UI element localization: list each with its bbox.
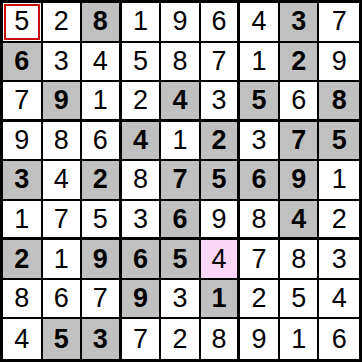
cell-r4c2[interactable]: 8 bbox=[43, 122, 83, 162]
cell-r7c8[interactable]: 8 bbox=[280, 240, 320, 280]
cell-r6c1[interactable]: 1 bbox=[3, 201, 43, 241]
cell-r1c8[interactable]: 3 bbox=[280, 3, 320, 43]
cell-r7c1[interactable]: 2 bbox=[3, 240, 43, 280]
cell-r2c9[interactable]: 9 bbox=[319, 43, 359, 83]
cell-r6c3[interactable]: 5 bbox=[82, 201, 122, 241]
cell-r5c9[interactable]: 1 bbox=[319, 161, 359, 201]
cell-r5c8[interactable]: 9 bbox=[280, 161, 320, 201]
cell-r5c2[interactable]: 4 bbox=[43, 161, 83, 201]
cell-r8c8[interactable]: 5 bbox=[280, 280, 320, 320]
cell-r4c9[interactable]: 5 bbox=[319, 122, 359, 162]
cell-r7c6[interactable]: 4 bbox=[201, 240, 241, 280]
cell-r4c4[interactable]: 4 bbox=[122, 122, 162, 162]
cell-r2c3[interactable]: 4 bbox=[82, 43, 122, 83]
cell-r9c4[interactable]: 7 bbox=[122, 319, 162, 359]
cell-r1c9[interactable]: 7 bbox=[319, 3, 359, 43]
cell-r6c7[interactable]: 8 bbox=[240, 201, 280, 241]
cell-r5c1[interactable]: 3 bbox=[3, 161, 43, 201]
cell-r4c8[interactable]: 7 bbox=[280, 122, 320, 162]
cell-r2c6[interactable]: 7 bbox=[201, 43, 241, 83]
cell-r1c4[interactable]: 1 bbox=[122, 3, 162, 43]
cell-r8c4[interactable]: 9 bbox=[122, 280, 162, 320]
cell-r3c8[interactable]: 6 bbox=[280, 82, 320, 122]
cell-r8c9[interactable]: 4 bbox=[319, 280, 359, 320]
cell-r4c5[interactable]: 1 bbox=[161, 122, 201, 162]
cell-r2c1[interactable]: 6 bbox=[3, 43, 43, 83]
cell-r8c2[interactable]: 6 bbox=[43, 280, 83, 320]
cell-r8c6[interactable]: 1 bbox=[201, 280, 241, 320]
cell-r5c7[interactable]: 6 bbox=[240, 161, 280, 201]
cell-r7c2[interactable]: 1 bbox=[43, 240, 83, 280]
cell-r1c1[interactable]: 5 bbox=[3, 3, 43, 43]
cell-r9c3[interactable]: 3 bbox=[82, 319, 122, 359]
cell-r7c4[interactable]: 6 bbox=[122, 240, 162, 280]
cell-r3c5[interactable]: 4 bbox=[161, 82, 201, 122]
cell-r5c3[interactable]: 2 bbox=[82, 161, 122, 201]
cell-r1c3[interactable]: 8 bbox=[82, 3, 122, 43]
cell-r3c4[interactable]: 2 bbox=[122, 82, 162, 122]
cell-r1c7[interactable]: 4 bbox=[240, 3, 280, 43]
cell-r4c3[interactable]: 6 bbox=[82, 122, 122, 162]
cell-r2c2[interactable]: 3 bbox=[43, 43, 83, 83]
cell-r5c6[interactable]: 5 bbox=[201, 161, 241, 201]
cell-r9c5[interactable]: 2 bbox=[161, 319, 201, 359]
cell-r7c5[interactable]: 5 bbox=[161, 240, 201, 280]
cell-r2c4[interactable]: 5 bbox=[122, 43, 162, 83]
cell-r3c1[interactable]: 7 bbox=[3, 82, 43, 122]
sudoku-board: 5281964376345871297912435689864123753428… bbox=[0, 0, 362, 362]
cell-r8c1[interactable]: 8 bbox=[3, 280, 43, 320]
cell-r5c4[interactable]: 8 bbox=[122, 161, 162, 201]
cursor-outline bbox=[4, 4, 40, 40]
cell-r7c9[interactable]: 3 bbox=[319, 240, 359, 280]
cell-r3c7[interactable]: 5 bbox=[240, 82, 280, 122]
cell-r8c5[interactable]: 3 bbox=[161, 280, 201, 320]
cell-r9c2[interactable]: 5 bbox=[43, 319, 83, 359]
cell-r3c2[interactable]: 9 bbox=[43, 82, 83, 122]
cell-r1c2[interactable]: 2 bbox=[43, 3, 83, 43]
cell-r3c6[interactable]: 3 bbox=[201, 82, 241, 122]
cell-r4c1[interactable]: 9 bbox=[3, 122, 43, 162]
cell-r7c7[interactable]: 7 bbox=[240, 240, 280, 280]
cell-r9c1[interactable]: 4 bbox=[3, 319, 43, 359]
cell-r6c2[interactable]: 7 bbox=[43, 201, 83, 241]
cell-r6c4[interactable]: 3 bbox=[122, 201, 162, 241]
cell-r8c3[interactable]: 7 bbox=[82, 280, 122, 320]
cell-r3c9[interactable]: 8 bbox=[319, 82, 359, 122]
cell-r9c6[interactable]: 8 bbox=[201, 319, 241, 359]
cell-r6c5[interactable]: 6 bbox=[161, 201, 201, 241]
cell-r5c5[interactable]: 7 bbox=[161, 161, 201, 201]
cell-r2c5[interactable]: 8 bbox=[161, 43, 201, 83]
cell-r1c6[interactable]: 6 bbox=[201, 3, 241, 43]
cell-r4c6[interactable]: 2 bbox=[201, 122, 241, 162]
cell-r6c6[interactable]: 9 bbox=[201, 201, 241, 241]
cell-r1c5[interactable]: 9 bbox=[161, 3, 201, 43]
cell-r9c9[interactable]: 6 bbox=[319, 319, 359, 359]
cell-r9c7[interactable]: 9 bbox=[240, 319, 280, 359]
cell-r7c3[interactable]: 9 bbox=[82, 240, 122, 280]
cell-r2c8[interactable]: 2 bbox=[280, 43, 320, 83]
cell-r8c7[interactable]: 2 bbox=[240, 280, 280, 320]
cell-r2c7[interactable]: 1 bbox=[240, 43, 280, 83]
cell-r3c3[interactable]: 1 bbox=[82, 82, 122, 122]
cell-r9c8[interactable]: 1 bbox=[280, 319, 320, 359]
cell-r6c8[interactable]: 4 bbox=[280, 201, 320, 241]
cell-r6c9[interactable]: 2 bbox=[319, 201, 359, 241]
cell-r4c7[interactable]: 3 bbox=[240, 122, 280, 162]
